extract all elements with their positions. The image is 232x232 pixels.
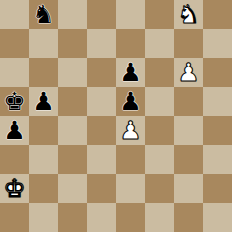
square-g3[interactable] [174, 145, 203, 174]
square-c3[interactable] [58, 145, 87, 174]
square-f7[interactable] [145, 29, 174, 58]
square-e3[interactable] [116, 145, 145, 174]
square-c7[interactable] [58, 29, 87, 58]
piece-black-pawn[interactable]: ♟ [119, 87, 141, 116]
square-e7[interactable] [116, 29, 145, 58]
piece-white-king[interactable]: ♚ [3, 174, 25, 203]
square-c6[interactable] [58, 58, 87, 87]
piece-white-knight[interactable]: ♞ [177, 0, 199, 29]
square-a2[interactable]: ♚ [0, 174, 29, 203]
square-e2[interactable] [116, 174, 145, 203]
square-g6[interactable]: ♟ [174, 58, 203, 87]
square-d8[interactable] [87, 0, 116, 29]
square-d5[interactable] [87, 87, 116, 116]
square-f1[interactable] [145, 203, 174, 232]
square-h8[interactable] [203, 0, 232, 29]
piece-black-pawn[interactable]: ♟ [3, 116, 25, 145]
piece-white-pawn[interactable]: ♟ [177, 58, 199, 87]
square-e6[interactable]: ♟ [116, 58, 145, 87]
piece-black-knight[interactable]: ♞ [32, 0, 54, 29]
square-h6[interactable] [203, 58, 232, 87]
square-f2[interactable] [145, 174, 174, 203]
square-a6[interactable] [0, 58, 29, 87]
square-e8[interactable] [116, 0, 145, 29]
square-c8[interactable] [58, 0, 87, 29]
square-d7[interactable] [87, 29, 116, 58]
square-c1[interactable] [58, 203, 87, 232]
square-d3[interactable] [87, 145, 116, 174]
square-d1[interactable] [87, 203, 116, 232]
square-f5[interactable] [145, 87, 174, 116]
square-a7[interactable] [0, 29, 29, 58]
square-a3[interactable] [0, 145, 29, 174]
square-h3[interactable] [203, 145, 232, 174]
square-g7[interactable] [174, 29, 203, 58]
square-b4[interactable] [29, 116, 58, 145]
square-e4[interactable]: ♟ [116, 116, 145, 145]
square-h2[interactable] [203, 174, 232, 203]
square-f3[interactable] [145, 145, 174, 174]
square-a8[interactable] [0, 0, 29, 29]
square-h7[interactable] [203, 29, 232, 58]
chess-board: ♞♞♟♟♚♟♟♟♟♚ [0, 0, 232, 232]
square-h1[interactable] [203, 203, 232, 232]
square-d2[interactable] [87, 174, 116, 203]
square-b2[interactable] [29, 174, 58, 203]
square-b3[interactable] [29, 145, 58, 174]
square-g5[interactable] [174, 87, 203, 116]
square-g1[interactable] [174, 203, 203, 232]
square-c4[interactable] [58, 116, 87, 145]
square-f4[interactable] [145, 116, 174, 145]
square-g2[interactable] [174, 174, 203, 203]
square-b8[interactable]: ♞ [29, 0, 58, 29]
piece-black-pawn[interactable]: ♟ [32, 87, 54, 116]
square-a1[interactable] [0, 203, 29, 232]
square-a5[interactable]: ♚ [0, 87, 29, 116]
square-b5[interactable]: ♟ [29, 87, 58, 116]
square-d6[interactable] [87, 58, 116, 87]
square-b6[interactable] [29, 58, 58, 87]
square-g8[interactable]: ♞ [174, 0, 203, 29]
piece-black-pawn[interactable]: ♟ [119, 58, 141, 87]
piece-black-king[interactable]: ♚ [3, 87, 25, 116]
square-e1[interactable] [116, 203, 145, 232]
square-f8[interactable] [145, 0, 174, 29]
square-b1[interactable] [29, 203, 58, 232]
square-a4[interactable]: ♟ [0, 116, 29, 145]
square-e5[interactable]: ♟ [116, 87, 145, 116]
square-c5[interactable] [58, 87, 87, 116]
piece-white-pawn[interactable]: ♟ [119, 116, 141, 145]
square-c2[interactable] [58, 174, 87, 203]
square-h5[interactable] [203, 87, 232, 116]
square-h4[interactable] [203, 116, 232, 145]
square-g4[interactable] [174, 116, 203, 145]
square-f6[interactable] [145, 58, 174, 87]
square-b7[interactable] [29, 29, 58, 58]
square-d4[interactable] [87, 116, 116, 145]
